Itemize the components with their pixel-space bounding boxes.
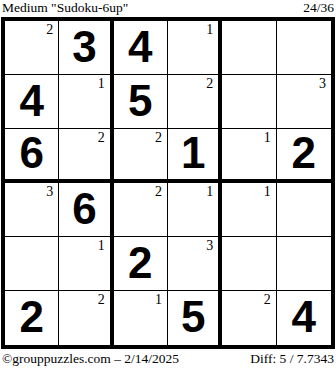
cell-r3c5[interactable]: 1 xyxy=(222,129,276,183)
cell-r6c1: 2 xyxy=(5,291,59,345)
corner-mark: 2 xyxy=(46,22,53,37)
corner-mark: 2 xyxy=(98,130,105,145)
cell-r2c3: 5 xyxy=(114,75,168,129)
cell-r1c3: 4 xyxy=(114,21,168,75)
cell-r3c3[interactable]: 2 xyxy=(114,129,168,183)
puzzle-page: Medium "Sudoku-6up" 24/36 23414152362211… xyxy=(0,0,336,370)
corner-mark: 3 xyxy=(319,76,326,91)
given-digit: 6 xyxy=(19,131,43,177)
cell-r2c6[interactable]: 3 xyxy=(277,75,331,129)
page-title: Medium "Sudoku-6up" xyxy=(2,0,128,15)
given-digit: 2 xyxy=(292,131,316,177)
given-digit: 5 xyxy=(128,79,152,125)
corner-mark: 1 xyxy=(206,184,213,199)
cell-r6c2[interactable]: 2 xyxy=(59,291,113,345)
cell-r6c6: 4 xyxy=(277,291,331,345)
cell-r5c4[interactable]: 3 xyxy=(168,237,222,291)
given-digit: 4 xyxy=(128,25,152,71)
cell-r5c1[interactable] xyxy=(5,237,59,291)
given-digit: 1 xyxy=(181,131,205,177)
given-digit: 4 xyxy=(292,295,316,341)
difficulty-text: Diff: 5 / 7.7343 xyxy=(250,351,334,366)
given-digit: 4 xyxy=(19,79,43,125)
cell-r4c1[interactable]: 3 xyxy=(5,183,59,237)
copyright-text: ©grouppuzzles.com – 2/14/2025 xyxy=(2,351,179,366)
given-digit: 3 xyxy=(72,25,96,71)
cell-r1c4[interactable]: 1 xyxy=(168,21,222,75)
cell-r2c4[interactable]: 2 xyxy=(168,75,222,129)
corner-mark: 1 xyxy=(206,22,213,37)
footer: ©grouppuzzles.com – 2/14/2025 Diff: 5 / … xyxy=(2,351,334,366)
cell-r6c4: 5 xyxy=(168,291,222,345)
cell-r5c2[interactable]: 1 xyxy=(59,237,113,291)
corner-mark: 2 xyxy=(264,292,271,307)
cell-r1c1[interactable]: 2 xyxy=(5,21,59,75)
corner-mark: 2 xyxy=(206,76,213,91)
cell-r2c5[interactable] xyxy=(222,75,276,129)
cell-r3c6: 2 xyxy=(277,129,331,183)
cell-r1c6[interactable] xyxy=(277,21,331,75)
cell-r4c3[interactable]: 2 xyxy=(114,183,168,237)
cell-r6c5[interactable]: 2 xyxy=(222,291,276,345)
cell-r3c4: 1 xyxy=(168,129,222,183)
cell-r1c2: 3 xyxy=(59,21,113,75)
corner-mark: 1 xyxy=(98,76,105,91)
corner-mark: 2 xyxy=(155,184,162,199)
corner-mark: 1 xyxy=(264,130,271,145)
corner-mark: 2 xyxy=(155,130,162,145)
corner-mark: 3 xyxy=(46,184,53,199)
cell-r2c2[interactable]: 1 xyxy=(59,75,113,129)
corner-mark: 1 xyxy=(155,292,162,307)
cell-r1c5[interactable] xyxy=(222,21,276,75)
header: Medium "Sudoku-6up" 24/36 xyxy=(2,0,334,16)
sudoku-grid: 23414152362211236211123221524 xyxy=(1,17,335,349)
corner-mark: 1 xyxy=(264,184,271,199)
cell-r3c2[interactable]: 2 xyxy=(59,129,113,183)
given-digit: 6 xyxy=(72,187,96,233)
puzzle-counter: 24/36 xyxy=(303,0,334,15)
cell-r4c5[interactable]: 1 xyxy=(222,183,276,237)
corner-mark: 3 xyxy=(206,238,213,253)
cell-r2c1: 4 xyxy=(5,75,59,129)
cell-r6c3[interactable]: 1 xyxy=(114,291,168,345)
cell-r4c6[interactable] xyxy=(277,183,331,237)
corner-mark: 1 xyxy=(98,238,105,253)
corner-mark: 2 xyxy=(98,292,105,307)
given-digit: 2 xyxy=(128,241,152,287)
cell-r4c4[interactable]: 1 xyxy=(168,183,222,237)
given-digit: 5 xyxy=(181,295,205,341)
cell-r5c3: 2 xyxy=(114,237,168,291)
given-digit: 2 xyxy=(19,295,43,341)
cell-r5c6[interactable] xyxy=(277,237,331,291)
cell-r5c5[interactable] xyxy=(222,237,276,291)
cell-r3c1: 6 xyxy=(5,129,59,183)
cell-r4c2: 6 xyxy=(59,183,113,237)
